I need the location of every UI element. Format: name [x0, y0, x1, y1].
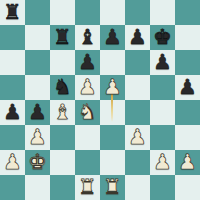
- square-h6[interactable]: [175, 50, 200, 75]
- square-d5[interactable]: ♟: [75, 75, 100, 100]
- square-h4[interactable]: [175, 100, 200, 125]
- black-bishop-d7[interactable]: ♝: [78, 27, 97, 48]
- white-knight-d4[interactable]: ♞: [78, 102, 97, 123]
- black-rook-c7[interactable]: ♜: [53, 27, 72, 48]
- black-knight-c5[interactable]: ♞: [53, 77, 72, 98]
- square-e7[interactable]: ♟: [100, 25, 125, 50]
- white-pawn-d5[interactable]: ♟: [78, 77, 97, 98]
- square-a5[interactable]: [0, 75, 25, 100]
- white-king-b2[interactable]: ♚: [28, 152, 47, 173]
- square-d3[interactable]: [75, 125, 100, 150]
- square-e2[interactable]: [100, 150, 125, 175]
- square-g5[interactable]: [150, 75, 175, 100]
- white-pawn-h2[interactable]: ♟: [178, 152, 197, 173]
- square-h8[interactable]: [175, 0, 200, 25]
- square-b5[interactable]: [25, 75, 50, 100]
- square-a7[interactable]: [0, 25, 25, 50]
- black-pawn-d6[interactable]: ♟: [78, 52, 97, 73]
- square-h1[interactable]: [175, 175, 200, 200]
- square-g2[interactable]: ♟: [150, 150, 175, 175]
- square-g3[interactable]: [150, 125, 175, 150]
- black-rook-a8[interactable]: ♜: [3, 2, 22, 23]
- square-b2[interactable]: ♚: [25, 150, 50, 175]
- square-c8[interactable]: [50, 0, 75, 25]
- square-e1[interactable]: ♜: [100, 175, 125, 200]
- square-g4[interactable]: [150, 100, 175, 125]
- square-f3[interactable]: ♟: [125, 125, 150, 150]
- square-a8[interactable]: ♜: [0, 0, 25, 25]
- square-f6[interactable]: [125, 50, 150, 75]
- square-d2[interactable]: [75, 150, 100, 175]
- black-pawn-e7[interactable]: ♟: [103, 27, 122, 48]
- square-b8[interactable]: [25, 0, 50, 25]
- square-d1[interactable]: ♜: [75, 175, 100, 200]
- black-king-g7[interactable]: ♚: [153, 27, 172, 48]
- white-pawn-a2[interactable]: ♟: [3, 152, 22, 173]
- white-rook-e1[interactable]: ♜: [103, 177, 122, 198]
- square-a3[interactable]: [0, 125, 25, 150]
- white-pawn-g2[interactable]: ♟: [153, 152, 172, 173]
- white-pawn-b3[interactable]: ♟: [28, 127, 47, 148]
- square-a1[interactable]: [0, 175, 25, 200]
- square-f4[interactable]: [125, 100, 150, 125]
- square-f7[interactable]: ♟: [125, 25, 150, 50]
- square-e4[interactable]: [100, 100, 125, 125]
- square-f5[interactable]: [125, 75, 150, 100]
- square-f1[interactable]: [125, 175, 150, 200]
- white-pawn-e5[interactable]: ♟: [103, 77, 122, 98]
- square-d4[interactable]: ♞: [75, 100, 100, 125]
- square-e8[interactable]: [100, 0, 125, 25]
- chess-board: ♜♜♝♟♟♚♟♟♞♟♟♟♟♟♝♞♟♟♟♚♟♟♜♜: [0, 0, 200, 200]
- square-c7[interactable]: ♜: [50, 25, 75, 50]
- white-bishop-c4[interactable]: ♝: [53, 102, 72, 123]
- square-b4[interactable]: ♟: [25, 100, 50, 125]
- square-h3[interactable]: [175, 125, 200, 150]
- square-a6[interactable]: [0, 50, 25, 75]
- square-c2[interactable]: [50, 150, 75, 175]
- square-e3[interactable]: [100, 125, 125, 150]
- square-d7[interactable]: ♝: [75, 25, 100, 50]
- white-rook-d1[interactable]: ♜: [78, 177, 97, 198]
- black-pawn-f7[interactable]: ♟: [128, 27, 147, 48]
- square-g1[interactable]: [150, 175, 175, 200]
- square-d6[interactable]: ♟: [75, 50, 100, 75]
- black-pawn-h5[interactable]: ♟: [178, 77, 197, 98]
- black-pawn-b4[interactable]: ♟: [28, 102, 47, 123]
- square-f8[interactable]: [125, 0, 150, 25]
- square-c4[interactable]: ♝: [50, 100, 75, 125]
- square-g6[interactable]: ♟: [150, 50, 175, 75]
- square-a4[interactable]: ♟: [0, 100, 25, 125]
- black-pawn-g6[interactable]: ♟: [153, 52, 172, 73]
- square-c6[interactable]: [50, 50, 75, 75]
- square-b3[interactable]: ♟: [25, 125, 50, 150]
- square-e5[interactable]: ♟: [100, 75, 125, 100]
- square-b6[interactable]: [25, 50, 50, 75]
- square-f2[interactable]: [125, 150, 150, 175]
- square-g8[interactable]: [150, 0, 175, 25]
- square-d8[interactable]: [75, 0, 100, 25]
- white-pawn-f3[interactable]: ♟: [128, 127, 147, 148]
- square-c1[interactable]: [50, 175, 75, 200]
- square-h2[interactable]: ♟: [175, 150, 200, 175]
- square-b7[interactable]: [25, 25, 50, 50]
- square-h5[interactable]: ♟: [175, 75, 200, 100]
- square-g7[interactable]: ♚: [150, 25, 175, 50]
- square-h7[interactable]: [175, 25, 200, 50]
- square-a2[interactable]: ♟: [0, 150, 25, 175]
- square-c5[interactable]: ♞: [50, 75, 75, 100]
- square-c3[interactable]: [50, 125, 75, 150]
- black-pawn-a4[interactable]: ♟: [3, 102, 22, 123]
- square-b1[interactable]: [25, 175, 50, 200]
- square-e6[interactable]: [100, 50, 125, 75]
